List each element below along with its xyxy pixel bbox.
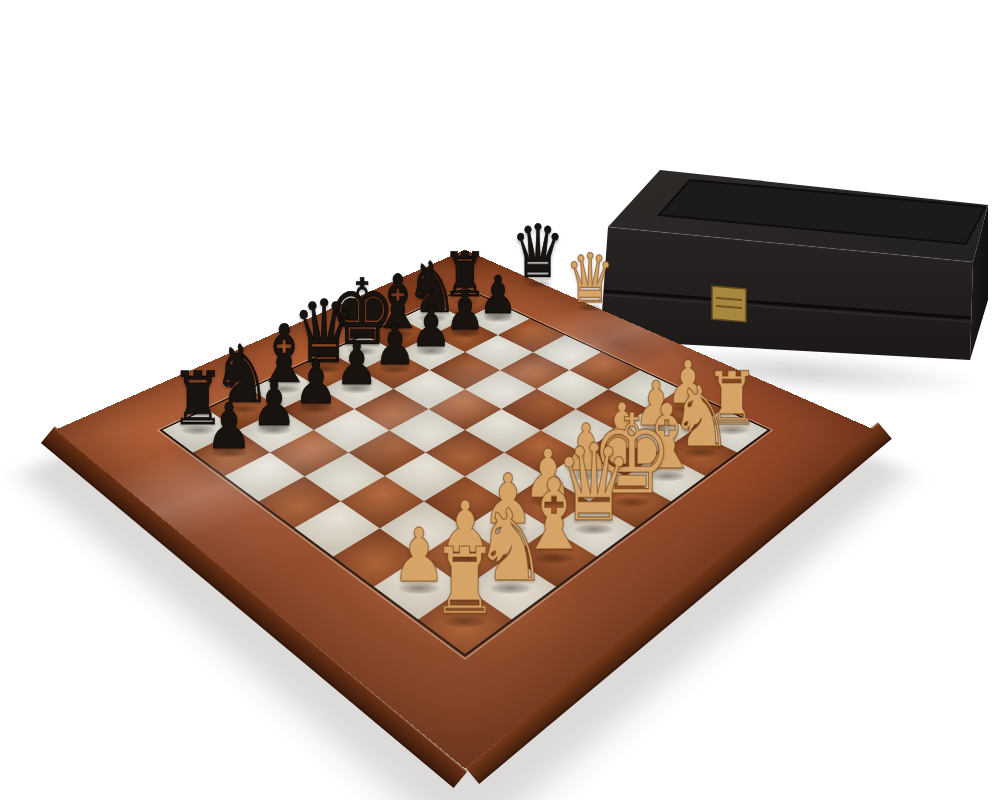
black-pawn-glyph: ♟ <box>251 373 296 434</box>
black-pawn-glyph: ♟ <box>295 354 339 414</box>
black-pawn-glyph: ♟ <box>335 335 378 393</box>
chess-set-photo-scene: ♜♞♝♛♚♝♞♜♟♟♟♟♟♟♟♟♟♟♟♟♟♟♟♟♜♞♝♛♚♝♞♜♛♛ <box>0 0 1000 800</box>
black-pawn-glyph: ♟ <box>410 300 451 355</box>
black-pawn-glyph: ♟ <box>374 317 416 374</box>
black-pawn-glyph: ♟ <box>206 394 253 457</box>
white-rook-glyph: ♜ <box>431 537 498 628</box>
white-queen-glyph: ♛ <box>565 245 615 313</box>
box-brass-clasp <box>712 286 746 322</box>
black-queen-glyph: ♛ <box>511 216 565 290</box>
